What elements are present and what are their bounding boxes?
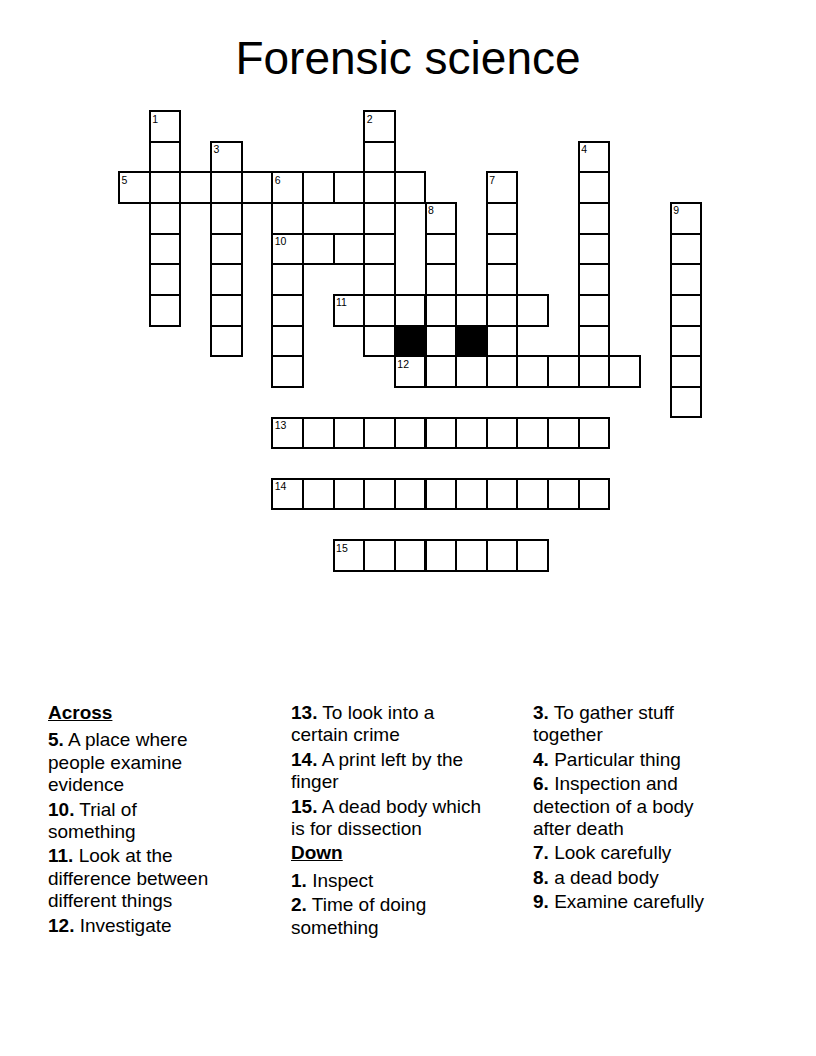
grid-cell[interactable] <box>670 233 703 266</box>
grid-cell[interactable] <box>670 263 703 296</box>
grid-cell[interactable] <box>149 233 182 266</box>
grid-cell[interactable] <box>241 171 274 204</box>
grid-cell[interactable] <box>149 202 182 235</box>
clue-10: 10. Trial of something <box>48 799 226 844</box>
cell-number: 1 <box>152 113 158 125</box>
grid-cell[interactable] <box>578 478 611 511</box>
grid-cell[interactable] <box>670 386 703 419</box>
clue-13: 13. To look into a certain crime <box>291 702 491 747</box>
grid-cell[interactable]: 4 <box>578 141 611 174</box>
clue-9: 9. Examine carefully <box>533 891 735 913</box>
grid-cell[interactable] <box>425 478 458 511</box>
grid-cell[interactable] <box>578 171 611 204</box>
clue-number: 15. <box>291 796 317 817</box>
grid-cell[interactable]: 10 <box>271 233 304 266</box>
grid-cell[interactable] <box>333 171 366 204</box>
clue-15: 15. A dead body which is for dissection <box>291 796 491 841</box>
grid-cell[interactable] <box>547 355 580 388</box>
crossword-grid: 123456789101112131415 <box>118 110 708 576</box>
grid-cell[interactable] <box>516 294 549 327</box>
grid-cell[interactable] <box>210 202 243 235</box>
clue-14: 14. A print left by the finger <box>291 749 491 794</box>
clue-number: 2. <box>291 894 307 915</box>
grid-cell[interactable] <box>363 417 396 450</box>
clue-5: 5. A place where people examine evidence <box>48 729 226 796</box>
cell-number: 9 <box>673 204 679 216</box>
clue-11: 11. Look at the difference between diffe… <box>48 845 226 912</box>
grid-cell[interactable] <box>333 417 366 450</box>
grid-cell[interactable]: 15 <box>333 539 366 572</box>
down-heading: Down <box>291 842 491 864</box>
grid-cell[interactable] <box>210 171 243 204</box>
clue-number: 9. <box>533 891 549 912</box>
grid-cell[interactable] <box>149 263 182 296</box>
grid-cell[interactable] <box>670 325 703 358</box>
grid-cell[interactable] <box>486 233 519 266</box>
clues-column-2: 13. To look into a certain crime14. A pr… <box>291 702 491 941</box>
grid-cell[interactable] <box>394 478 427 511</box>
grid-cell[interactable]: 1 <box>149 110 182 143</box>
cell-number: 14 <box>275 480 287 492</box>
cell-number: 13 <box>275 419 287 431</box>
grid-cell[interactable] <box>486 417 519 450</box>
grid-cell[interactable] <box>394 539 427 572</box>
grid-cell[interactable] <box>302 478 335 511</box>
grid-cell[interactable] <box>363 233 396 266</box>
clue-number: 1. <box>291 870 307 891</box>
grid-cell[interactable] <box>578 417 611 450</box>
clue-1: 1. Inspect <box>291 870 491 892</box>
clue-3: 3. To gather stuff together <box>533 702 735 747</box>
cell-number: 2 <box>367 113 373 125</box>
clue-number: 14. <box>291 749 317 770</box>
grid-cell[interactable] <box>425 325 458 358</box>
grid-cell[interactable] <box>271 325 304 358</box>
puzzle-title: Forensic science <box>0 31 816 86</box>
grid-cell[interactable] <box>302 171 335 204</box>
grid-cell[interactable] <box>333 233 366 266</box>
cell-number: 3 <box>213 143 219 155</box>
grid-cell[interactable] <box>271 355 304 388</box>
grid-cell[interactable] <box>363 202 396 235</box>
cell-number: 7 <box>489 174 495 186</box>
grid-cell[interactable] <box>486 294 519 327</box>
grid-cell[interactable]: 9 <box>670 202 703 235</box>
grid-cell[interactable] <box>302 417 335 450</box>
grid-cell[interactable] <box>302 233 335 266</box>
grid-cell[interactable] <box>516 539 549 572</box>
grid-cell[interactable] <box>455 539 488 572</box>
clue-number: 10. <box>48 799 74 820</box>
cell-number: 12 <box>397 358 409 370</box>
grid-cell[interactable] <box>425 539 458 572</box>
grid-cell[interactable]: 12 <box>394 355 427 388</box>
grid-cell[interactable] <box>179 171 212 204</box>
clue-number: 6. <box>533 773 549 794</box>
grid-cell[interactable] <box>608 355 641 388</box>
grid-cell[interactable] <box>149 294 182 327</box>
clue-number: 5. <box>48 729 64 750</box>
grid-cell[interactable] <box>670 294 703 327</box>
grid-cell[interactable]: 3 <box>210 141 243 174</box>
grid-cell[interactable] <box>425 233 458 266</box>
clue-number: 13. <box>291 702 317 723</box>
grid-cell[interactable] <box>547 417 580 450</box>
grid-cell[interactable] <box>271 263 304 296</box>
grid-cell[interactable] <box>578 325 611 358</box>
clue-12: 12. Investigate <box>48 915 226 937</box>
grid-cell[interactable] <box>455 417 488 450</box>
grid-cell[interactable] <box>486 263 519 296</box>
grid-cell[interactable] <box>363 141 396 174</box>
grid-cell[interactable]: 7 <box>486 171 519 204</box>
clue-number: 8. <box>533 867 549 888</box>
clue-7: 7. Look carefully <box>533 842 735 864</box>
grid-cell[interactable] <box>363 478 396 511</box>
cell-number: 4 <box>581 143 587 155</box>
clue-number: 12. <box>48 915 74 936</box>
grid-cell[interactable] <box>363 294 396 327</box>
clue-number: 11. <box>48 845 73 866</box>
grid-cell[interactable] <box>363 263 396 296</box>
grid-cell[interactable] <box>210 294 243 327</box>
grid-cell[interactable] <box>486 478 519 511</box>
grid-cell[interactable] <box>516 355 549 388</box>
grid-cell[interactable] <box>516 478 549 511</box>
grid-cell[interactable] <box>455 478 488 511</box>
grid-cell[interactable] <box>425 263 458 296</box>
grid-cell[interactable] <box>578 294 611 327</box>
crossword-worksheet: Forensic science 123456789101112131415 A… <box>0 0 816 1056</box>
grid-cell[interactable] <box>425 355 458 388</box>
grid-cell[interactable] <box>271 202 304 235</box>
grid-cell[interactable] <box>547 478 580 511</box>
cell-number: 15 <box>336 542 348 554</box>
grid-cell[interactable]: 14 <box>271 478 304 511</box>
cell-number: 6 <box>275 174 281 186</box>
grid-cell[interactable] <box>210 233 243 266</box>
clue-4: 4. Particular thing <box>533 749 735 771</box>
grid-cell[interactable] <box>149 141 182 174</box>
grid-cell[interactable] <box>425 417 458 450</box>
grid-cell[interactable]: 2 <box>363 110 396 143</box>
grid-cell[interactable] <box>670 355 703 388</box>
grid-cell[interactable] <box>394 294 427 327</box>
clue-number: 7. <box>533 842 549 863</box>
cell-number: 8 <box>428 204 434 216</box>
clue-6: 6. Inspection and detection of a body af… <box>533 773 735 840</box>
grid-cell[interactable] <box>578 202 611 235</box>
grid-cell[interactable] <box>210 263 243 296</box>
grid-cell[interactable]: 8 <box>425 202 458 235</box>
clue-number: 3. <box>533 702 549 723</box>
grid-cell[interactable] <box>394 171 427 204</box>
grid-cell[interactable] <box>363 171 396 204</box>
cell-number: 11 <box>336 296 347 308</box>
grid-cell[interactable] <box>455 294 488 327</box>
grid-cell[interactable]: 6 <box>271 171 304 204</box>
grid-cell[interactable] <box>516 417 549 450</box>
grid-cell[interactable] <box>578 263 611 296</box>
clues-column-3: 3. To gather stuff together4. Particular… <box>533 702 735 916</box>
grid-cell[interactable] <box>394 417 427 450</box>
grid-cell[interactable] <box>363 325 396 358</box>
across-heading: Across <box>48 702 226 724</box>
grid-cell[interactable] <box>486 539 519 572</box>
grid-cell[interactable] <box>210 325 243 358</box>
grid-cell[interactable]: 5 <box>118 171 151 204</box>
grid-cell[interactable] <box>578 233 611 266</box>
cell-number: 5 <box>122 174 128 186</box>
grid-cell[interactable] <box>425 294 458 327</box>
grid-cell[interactable] <box>486 202 519 235</box>
grid-cell[interactable] <box>333 478 366 511</box>
black-cell <box>455 325 488 358</box>
grid-cell[interactable] <box>271 294 304 327</box>
grid-cell[interactable] <box>486 325 519 358</box>
black-cell <box>394 325 427 358</box>
cell-number: 10 <box>275 235 287 247</box>
grid-cell[interactable] <box>578 355 611 388</box>
clue-number: 4. <box>533 749 549 770</box>
grid-cell[interactable]: 13 <box>271 417 304 450</box>
grid-cell[interactable] <box>363 539 396 572</box>
clue-8: 8. a dead body <box>533 867 735 889</box>
clues-column-1: Across5. A place where people examine ev… <box>48 702 226 939</box>
grid-cell[interactable] <box>486 355 519 388</box>
clue-2: 2. Time of doing something <box>291 894 491 939</box>
grid-cell[interactable]: 11 <box>333 294 366 327</box>
grid-cell[interactable] <box>149 171 182 204</box>
grid-cell[interactable] <box>455 355 488 388</box>
